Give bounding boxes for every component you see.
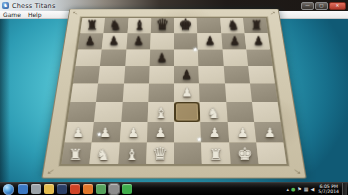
corner-arrow-icon: ↙	[46, 168, 55, 176]
square-c6[interactable]	[125, 49, 150, 66]
black-pawn-c7[interactable]: ♟	[126, 32, 150, 49]
square-e8[interactable]: ♚	[174, 18, 197, 33]
square-c1[interactable]: ♝	[118, 142, 147, 164]
corner-arrow-icon: ↖	[72, 10, 79, 15]
square-d5[interactable]	[149, 66, 174, 84]
square-b6[interactable]	[100, 49, 126, 66]
square-b3[interactable]	[94, 102, 122, 122]
app-silver-icon[interactable]	[31, 184, 41, 194]
white-pawn-d2[interactable]: ♟	[147, 123, 174, 142]
taskbar-clock[interactable]: 6:05 PM 5/7/2014	[318, 184, 339, 195]
white-pawn-g2[interactable]: ♟	[229, 123, 256, 142]
corner-arrow-icon: ↘	[293, 168, 302, 176]
sparkle-effect: ★	[97, 131, 101, 137]
black-pawn-d6[interactable]: ♟	[149, 48, 174, 66]
square-d2[interactable]: ♟	[147, 122, 174, 143]
media-player-icon[interactable]	[57, 184, 67, 194]
white-pawn-a2[interactable]: ♟	[65, 123, 92, 142]
square-d4[interactable]	[148, 84, 174, 103]
black-knight-b8[interactable]: ♞	[104, 17, 127, 34]
square-h2[interactable]: ♟	[254, 122, 284, 143]
square-h6[interactable]	[246, 49, 272, 66]
black-rook-h8[interactable]: ♜	[244, 17, 267, 34]
tray-app-green-icon[interactable]: ●	[291, 184, 295, 195]
black-knight-g8[interactable]: ♞	[221, 17, 244, 34]
black-pawn-g7[interactable]: ♟	[222, 32, 246, 49]
square-h7[interactable]: ♟	[244, 33, 270, 49]
square-g5[interactable]	[223, 66, 250, 84]
white-pawn-f2[interactable]: ♟	[201, 123, 228, 142]
square-d7[interactable]	[150, 33, 174, 49]
square-d3[interactable]: ♝	[147, 102, 174, 122]
square-f5[interactable]	[199, 66, 225, 84]
square-g6[interactable]	[222, 49, 248, 66]
chess-board[interactable]: ♜♞♝♛♚♞♜♟♟♟♟♟♟♟♟♟♝♞♟♟♟♟♟♟♟♜♞♝♛♜♚	[62, 18, 287, 164]
app-green-icon[interactable]	[122, 184, 132, 194]
square-a7[interactable]: ♟	[78, 33, 104, 49]
board-frame: ↖ ↗ ↙ ↘ ♜♞♝♛♚♞♜♟♟♟♟♟♟♟♟♟♝♞♟♟♟♟♟♟♟♜♞♝♛♜♚	[41, 9, 306, 179]
square-f4[interactable]	[199, 84, 226, 103]
white-pawn-h2[interactable]: ♟	[256, 123, 283, 142]
white-pawn-c2[interactable]: ♟	[119, 123, 146, 142]
square-h4[interactable]	[250, 84, 278, 103]
square-e3[interactable]	[174, 102, 201, 122]
white-bishop-c1[interactable]: ♝	[118, 144, 146, 164]
square-d6[interactable]: ♟	[149, 49, 174, 66]
black-pawn-h7[interactable]: ♟	[246, 32, 270, 49]
sparkle-effect: ★	[193, 46, 197, 52]
menu-game[interactable]: Game	[3, 11, 21, 18]
chess-board-scene: ↖ ↗ ↙ ↘ ♜♞♝♛♚♞♜♟♟♟♟♟♟♟♟♟♝♞♟♟♟♟♟♟♟♜♞♝♛♜♚	[57, 15, 291, 185]
white-knight-f3[interactable]: ♞	[201, 103, 228, 122]
square-f7[interactable]: ♟	[197, 33, 222, 49]
white-pawn-e4[interactable]: ♟	[174, 84, 200, 102]
square-b1[interactable]: ♞	[90, 142, 120, 164]
menu-help[interactable]: Help	[28, 11, 42, 18]
minimize-button[interactable]: —	[301, 2, 314, 10]
window-controls: —▢✕	[301, 2, 346, 10]
black-pawn-f7[interactable]: ♟	[198, 32, 222, 49]
black-pawn-e5[interactable]: ♟	[174, 66, 199, 84]
white-bishop-d3[interactable]: ♝	[147, 103, 174, 122]
square-g3[interactable]	[226, 102, 254, 122]
black-bishop-c8[interactable]: ♝	[127, 17, 150, 34]
square-c8[interactable]: ♝	[127, 18, 151, 33]
square-e4[interactable]: ♟	[174, 84, 200, 103]
square-a3[interactable]	[68, 102, 97, 122]
square-b5[interactable]	[98, 66, 125, 84]
square-c2[interactable]: ♟	[119, 122, 147, 143]
start-button[interactable]	[3, 184, 14, 195]
square-e1[interactable]	[174, 142, 202, 164]
square-a6[interactable]	[76, 49, 102, 66]
square-f2[interactable]: ♟	[201, 122, 229, 143]
square-b8[interactable]: ♞	[104, 18, 129, 33]
windows-explorer-folder-icon[interactable]	[44, 184, 54, 194]
game-area: ↖ ↗ ↙ ↘ ♜♞♝♛♚♞♜♟♟♟♟♟♟♟♟♟♝♞♟♟♟♟♟♟♟♜♞♝♛♜♚ …	[0, 19, 348, 182]
maximize-button[interactable]: ▢	[315, 2, 328, 10]
chess-titans-taskbar-icon[interactable]	[109, 184, 119, 194]
square-f1[interactable]: ♜	[201, 142, 230, 164]
clock-date: 5/7/2014	[318, 189, 339, 195]
close-button[interactable]: ✕	[329, 2, 346, 10]
square-a2[interactable]: ♟	[65, 122, 95, 143]
white-king-g1[interactable]: ♚	[230, 144, 258, 164]
square-a8[interactable]: ♜	[80, 18, 105, 33]
square-f6[interactable]	[198, 49, 223, 66]
square-h8[interactable]: ♜	[243, 18, 268, 33]
white-rook-f1[interactable]: ♜	[202, 144, 230, 164]
corner-arrow-icon: ↗	[269, 10, 276, 15]
network-icon[interactable]: ▦	[304, 184, 309, 195]
system-tray: ▴●⚑▦◀	[286, 184, 314, 195]
action-center-flag-icon[interactable]: ⚑	[297, 184, 301, 195]
square-c7[interactable]: ♟	[126, 33, 151, 49]
app-icon: ♞	[2, 2, 9, 9]
firefox-icon[interactable]	[83, 184, 93, 194]
square-c4[interactable]	[122, 84, 149, 103]
square-d8[interactable]: ♛	[151, 18, 174, 33]
black-pawn-a7[interactable]: ♟	[78, 32, 102, 49]
internet-explorer-icon[interactable]	[18, 184, 28, 194]
square-g4[interactable]	[225, 84, 252, 103]
hidden-icons-icon[interactable]: ▴	[286, 184, 289, 195]
black-queen-d8[interactable]: ♛	[151, 17, 174, 34]
square-c3[interactable]	[121, 102, 148, 122]
square-f8[interactable]	[197, 18, 221, 33]
square-a5[interactable]	[73, 66, 100, 84]
taskbar: ▴●⚑▦◀ 6:05 PM 5/7/2014	[0, 182, 348, 195]
window-title: Chess Titans	[12, 2, 56, 10]
volume-icon[interactable]: ◀	[311, 184, 315, 195]
square-a1[interactable]: ♜	[62, 142, 92, 164]
square-f3[interactable]: ♞	[200, 102, 227, 122]
white-rook-a1[interactable]: ♜	[62, 144, 90, 164]
white-knight-b1[interactable]: ♞	[90, 144, 118, 164]
square-b7[interactable]: ♟	[102, 33, 127, 49]
show-desktop-button[interactable]	[342, 183, 347, 196]
square-g1[interactable]: ♚	[229, 142, 259, 164]
square-g8[interactable]: ♞	[220, 18, 245, 33]
square-a4[interactable]	[70, 84, 98, 103]
white-queen-d1[interactable]: ♛	[146, 144, 174, 164]
black-king-e8[interactable]: ♚	[174, 17, 197, 34]
square-h3[interactable]	[252, 102, 281, 122]
windows7-desktop: ♞ Chess Titans —▢✕ GameHelp ↖ ↗ ↙ ↘ ♜♞♝♛…	[0, 0, 348, 195]
square-g7[interactable]: ♟	[221, 33, 246, 49]
chrome-icon[interactable]	[96, 184, 106, 194]
square-d1[interactable]: ♛	[146, 142, 174, 164]
sparkle-effect: ★	[197, 136, 201, 142]
black-rook-a8[interactable]: ♜	[80, 17, 103, 34]
square-g2[interactable]: ♟	[227, 122, 256, 143]
app-red-icon[interactable]	[70, 184, 80, 194]
square-b4[interactable]	[96, 84, 123, 103]
square-c5[interactable]	[124, 66, 150, 84]
square-e5[interactable]: ♟	[174, 66, 199, 84]
square-h5[interactable]	[248, 66, 275, 84]
black-pawn-b7[interactable]: ♟	[102, 32, 126, 49]
square-h1[interactable]	[256, 142, 286, 164]
